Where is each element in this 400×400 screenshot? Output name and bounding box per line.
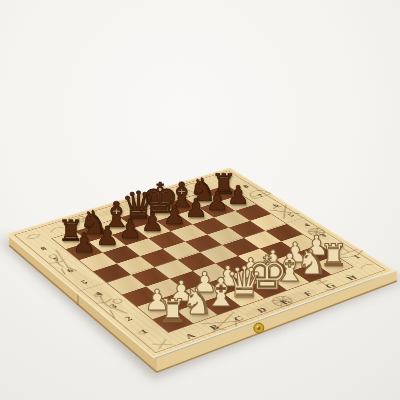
photo-stage: ABCDEFGH8765432187654321 ♜♞♟♝♟♚♟♛♟♝♟♞♟♜♟…	[0, 0, 400, 400]
clasp-latch-icon	[254, 323, 264, 333]
